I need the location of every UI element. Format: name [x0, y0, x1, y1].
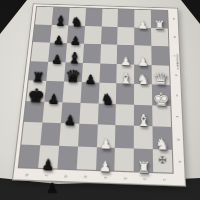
piece-white-pawn: ♟: [120, 55, 131, 67]
right-label-d: d: [170, 74, 182, 76]
square-f2[interactable]: ♝: [134, 104, 152, 126]
piece-black-bishop: ♝: [53, 14, 67, 27]
square-d1[interactable]: ♛: [152, 65, 170, 85]
square-e4[interactable]: ♞: [98, 83, 116, 104]
square-a8[interactable]: [35, 7, 53, 25]
square-g5[interactable]: [78, 124, 98, 147]
captured-black-pawn: ♟: [46, 181, 59, 195]
piece-black-knight: ♞: [100, 92, 114, 107]
square-c1[interactable]: [151, 46, 169, 65]
square-d4[interactable]: [99, 63, 117, 83]
piece-white-bishop: ♝: [118, 71, 132, 86]
right-label-g: g: [172, 138, 185, 141]
square-h6[interactable]: [57, 145, 78, 169]
square-a4[interactable]: [101, 9, 118, 27]
photo-stage: ♝♞♟♜♟♟♟♝♟♟♜♛♟♝♞♛♚♟♞♚♟♝♟♞♟♟♜✠ 87654321 ab…: [0, 0, 200, 200]
piece-black-pawn: ♟: [51, 53, 63, 65]
bottom-label-3: 3: [123, 173, 127, 184]
compass-logo: ✠: [159, 156, 167, 166]
bottom-label-8: 8: [24, 169, 29, 180]
piece-white-pawn: ♟: [99, 159, 112, 174]
square-h8[interactable]: [19, 144, 40, 168]
piece-white-knight: ♞: [136, 73, 149, 87]
square-c4[interactable]: [100, 44, 118, 63]
piece-black-pawn: ♟: [64, 113, 77, 126]
piece-white-queen: ♛: [153, 71, 169, 88]
square-c3[interactable]: ♟: [117, 45, 134, 64]
piece-black-knight: ♞: [70, 15, 83, 28]
square-b8[interactable]: [33, 24, 52, 43]
piece-black-pawn: ♟: [84, 73, 96, 85]
square-h7[interactable]: ♟: [38, 145, 59, 169]
square-h3[interactable]: [115, 147, 134, 171]
square-a2[interactable]: ♟: [135, 10, 152, 28]
square-d5[interactable]: ♟: [81, 62, 99, 82]
piece-black-pawn: ♟: [69, 35, 81, 46]
piece-black-pawn: ♟: [53, 34, 65, 45]
square-a1[interactable]: ♜: [151, 10, 168, 28]
board-edge-brand-text: chessware: [176, 54, 180, 70]
piece-white-king: ♚: [152, 90, 170, 109]
square-e1[interactable]: ♚: [152, 84, 170, 105]
square-e8[interactable]: ♚: [26, 80, 46, 101]
square-a6[interactable]: ♞: [68, 8, 86, 26]
square-c5[interactable]: [83, 44, 101, 63]
piece-white-pawn: ♟: [137, 55, 148, 67]
square-f3[interactable]: [116, 104, 135, 126]
chess-board: ♝♞♟♜♟♟♟♝♟♟♜♛♟♝♞♛♚♟♞♚♟♝♟♞♟♟♜✠ 87654321 ab…: [12, 3, 186, 186]
piece-black-king: ♚: [26, 85, 45, 104]
piece-black-bishop: ♝: [67, 51, 82, 66]
square-a5[interactable]: [85, 8, 102, 26]
piece-black-pawn: ♟: [47, 92, 60, 105]
piece-white-rook: ♜: [137, 159, 151, 175]
square-c2[interactable]: ♟: [134, 45, 151, 64]
square-c8[interactable]: [31, 42, 50, 61]
right-label-a: a: [168, 18, 179, 20]
square-g8[interactable]: [21, 122, 42, 145]
square-g3[interactable]: [115, 125, 134, 148]
bottom-label-6: 6: [63, 170, 68, 181]
photo-noise-speckles: [0, 0, 1, 1]
square-a7[interactable]: ♝: [52, 7, 70, 25]
right-label-f: f: [171, 116, 183, 118]
bottom-label-5: 5: [83, 171, 88, 182]
square-e7[interactable]: ♟: [44, 81, 64, 102]
piece-white-pawn: ♟: [137, 19, 148, 30]
piece-black-pawn: ♟: [41, 157, 55, 172]
bottom-label-1: 1: [162, 174, 166, 185]
square-b3[interactable]: [117, 27, 134, 46]
board-grid: ♝♞♟♜♟♟♟♝♟♟♜♛♟♝♞♛♚♟♞♚♟♝♟♞♟♟♜✠: [18, 6, 174, 174]
square-g7[interactable]: [40, 123, 60, 146]
square-f6[interactable]: ♟: [61, 102, 81, 124]
square-d8[interactable]: ♜: [29, 61, 48, 81]
square-a3[interactable]: [118, 9, 135, 27]
right-label-b: b: [169, 36, 180, 38]
right-label-e: e: [171, 94, 183, 96]
square-h5[interactable]: [76, 146, 96, 170]
right-label-h: h: [173, 161, 186, 164]
piece-white-rook: ♜: [153, 19, 165, 31]
square-f5[interactable]: [79, 102, 98, 124]
square-h2[interactable]: ♜: [134, 148, 153, 172]
square-g4[interactable]: ♟: [96, 124, 115, 147]
square-b5[interactable]: [84, 26, 102, 45]
piece-white-knight: ♞: [155, 136, 170, 152]
piece-white-bishop: ♝: [136, 113, 151, 130]
piece-white-pawn: ♟: [100, 136, 113, 150]
square-g1[interactable]: ♞: [153, 126, 172, 149]
piece-black-queen: ♛: [64, 68, 81, 85]
piece-black-rook: ♜: [31, 70, 45, 83]
square-b4[interactable]: [101, 26, 118, 45]
